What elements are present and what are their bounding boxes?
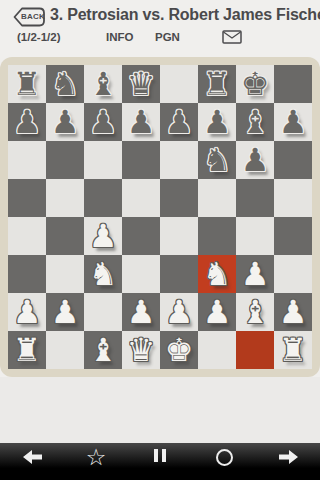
square-g2[interactable]: ♝ <box>236 293 274 331</box>
game-result: (1/2-1/2) <box>17 31 60 43</box>
square-e2[interactable]: ♟ <box>160 293 198 331</box>
square-b3[interactable] <box>46 255 84 293</box>
pause-icon <box>152 448 168 466</box>
piece-black-knight: ♞ <box>203 141 232 179</box>
piece-black-pawn: ♟ <box>89 103 118 141</box>
piece-black-king: ♚ <box>241 65 270 103</box>
square-c6[interactable] <box>84 141 122 179</box>
next-move-button[interactable] <box>256 443 320 480</box>
next-arrow-icon <box>279 450 298 464</box>
piece-white-knight: ♞ <box>89 255 118 293</box>
piece-white-rook: ♜ <box>13 331 42 369</box>
square-a4[interactable] <box>8 217 46 255</box>
square-b1[interactable] <box>46 331 84 369</box>
piece-black-pawn: ♟ <box>241 141 270 179</box>
piece-white-bishop: ♝ <box>241 293 270 331</box>
square-f8[interactable]: ♜ <box>198 65 236 103</box>
favorite-star-button[interactable]: ☆ <box>64 443 128 480</box>
square-c2[interactable] <box>84 293 122 331</box>
square-d6[interactable] <box>122 141 160 179</box>
square-b6[interactable] <box>46 141 84 179</box>
square-f4[interactable] <box>198 217 236 255</box>
piece-black-pawn: ♟ <box>203 103 232 141</box>
board-card: ♜♞♝♛♜♚♟♟♟♟♟♟♝♟♞♟♟♞♞♟♟♟♟♟♟♝♟♜♝♛♚♜ <box>0 57 320 377</box>
square-f2[interactable]: ♟ <box>198 293 236 331</box>
piece-white-rook: ♜ <box>279 331 308 369</box>
circle-icon <box>216 449 233 466</box>
previous-move-button[interactable] <box>0 443 64 480</box>
piece-white-pawn: ♟ <box>165 293 194 331</box>
square-b2[interactable]: ♟ <box>46 293 84 331</box>
square-h7[interactable]: ♟ <box>274 103 312 141</box>
square-f6[interactable]: ♞ <box>198 141 236 179</box>
record-circle-button[interactable] <box>192 443 256 480</box>
piece-black-pawn: ♟ <box>51 103 80 141</box>
square-g8[interactable]: ♚ <box>236 65 274 103</box>
piece-black-pawn: ♟ <box>127 103 156 141</box>
page-title: 3. Petrosian vs. Robert James Fischer <box>50 6 320 24</box>
back-button[interactable]: BACK <box>13 7 46 27</box>
square-c5[interactable] <box>84 179 122 217</box>
square-b7[interactable]: ♟ <box>46 103 84 141</box>
piece-white-pawn: ♟ <box>51 293 80 331</box>
piece-black-bishop: ♝ <box>89 65 118 103</box>
square-a7[interactable]: ♟ <box>8 103 46 141</box>
piece-white-bishop: ♝ <box>89 331 118 369</box>
square-g6[interactable]: ♟ <box>236 141 274 179</box>
square-d2[interactable]: ♟ <box>122 293 160 331</box>
square-f5[interactable] <box>198 179 236 217</box>
square-a8[interactable]: ♜ <box>8 65 46 103</box>
square-b4[interactable] <box>46 217 84 255</box>
previous-arrow-icon <box>23 450 42 464</box>
square-e8[interactable] <box>160 65 198 103</box>
piece-black-bishop: ♝ <box>241 103 270 141</box>
square-d5[interactable] <box>122 179 160 217</box>
square-a3[interactable] <box>8 255 46 293</box>
square-e3[interactable] <box>160 255 198 293</box>
square-h3[interactable] <box>274 255 312 293</box>
piece-white-pawn: ♟ <box>279 293 308 331</box>
square-f1[interactable] <box>198 331 236 369</box>
square-h6[interactable] <box>274 141 312 179</box>
chess-board: ♜♞♝♛♜♚♟♟♟♟♟♟♝♟♞♟♟♞♞♟♟♟♟♟♟♝♟♜♝♛♚♜ <box>8 65 312 369</box>
piece-white-pawn: ♟ <box>241 255 270 293</box>
square-h8[interactable] <box>274 65 312 103</box>
header: BACK 3. Petrosian vs. Robert James Fisch… <box>0 0 320 57</box>
square-e7[interactable]: ♟ <box>160 103 198 141</box>
piece-black-pawn: ♟ <box>165 103 194 141</box>
square-h4[interactable] <box>274 217 312 255</box>
piece-black-rook: ♜ <box>13 65 42 103</box>
square-e6[interactable] <box>160 141 198 179</box>
content-spacer <box>0 377 320 443</box>
back-button-label: BACK <box>21 7 45 27</box>
square-h5[interactable] <box>274 179 312 217</box>
square-b8[interactable]: ♞ <box>46 65 84 103</box>
app-screen: BACK 3. Petrosian vs. Robert James Fisch… <box>0 0 320 480</box>
envelope-icon[interactable] <box>222 30 242 48</box>
square-g7[interactable]: ♝ <box>236 103 274 141</box>
square-e4[interactable] <box>160 217 198 255</box>
square-c4[interactable]: ♟ <box>84 217 122 255</box>
square-e1[interactable]: ♚ <box>160 331 198 369</box>
square-c3[interactable]: ♞ <box>84 255 122 293</box>
tab-info[interactable]: INFO <box>106 31 133 43</box>
piece-black-knight: ♞ <box>51 65 80 103</box>
square-d7[interactable]: ♟ <box>122 103 160 141</box>
square-c1[interactable]: ♝ <box>84 331 122 369</box>
square-a6[interactable] <box>8 141 46 179</box>
piece-black-pawn: ♟ <box>279 103 308 141</box>
square-h2[interactable]: ♟ <box>274 293 312 331</box>
square-g1[interactable] <box>236 331 274 369</box>
piece-white-pawn: ♟ <box>127 293 156 331</box>
square-c7[interactable]: ♟ <box>84 103 122 141</box>
square-g3[interactable]: ♟ <box>236 255 274 293</box>
pause-button[interactable] <box>128 443 192 480</box>
square-d8[interactable]: ♛ <box>122 65 160 103</box>
square-g4[interactable] <box>236 217 274 255</box>
square-a5[interactable] <box>8 179 46 217</box>
piece-black-rook: ♜ <box>203 65 232 103</box>
square-g5[interactable] <box>236 179 274 217</box>
square-a1[interactable]: ♜ <box>8 331 46 369</box>
tab-pgn[interactable]: PGN <box>155 31 180 43</box>
piece-white-queen: ♛ <box>127 331 156 369</box>
piece-white-pawn: ♟ <box>203 293 232 331</box>
square-d3[interactable] <box>122 255 160 293</box>
square-d1[interactable]: ♛ <box>122 331 160 369</box>
piece-black-pawn: ♟ <box>13 103 42 141</box>
square-f7[interactable]: ♟ <box>198 103 236 141</box>
piece-black-queen: ♛ <box>127 65 156 103</box>
square-h1[interactable]: ♜ <box>274 331 312 369</box>
star-icon: ☆ <box>86 446 107 469</box>
square-f3[interactable]: ♞ <box>198 255 236 293</box>
square-b5[interactable] <box>46 179 84 217</box>
square-a2[interactable]: ♟ <box>8 293 46 331</box>
piece-white-king: ♚ <box>165 331 194 369</box>
square-c8[interactable]: ♝ <box>84 65 122 103</box>
square-d4[interactable] <box>122 217 160 255</box>
playback-toolbar: ☆ <box>0 443 320 480</box>
piece-white-pawn: ♟ <box>89 217 118 255</box>
piece-white-pawn: ♟ <box>13 293 42 331</box>
square-e5[interactable] <box>160 179 198 217</box>
piece-white-knight: ♞ <box>203 255 232 293</box>
